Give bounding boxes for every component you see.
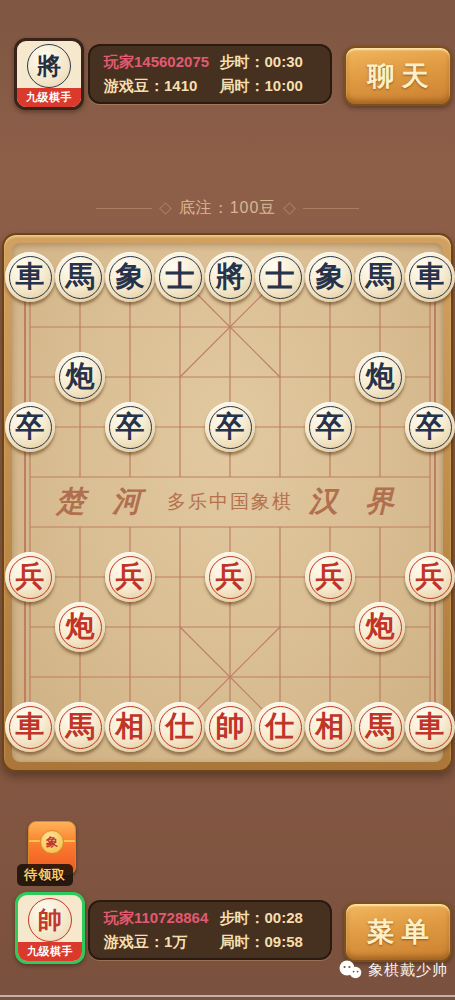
xiangqi-piece-red-馬[interactable]: 馬 <box>55 702 105 752</box>
top-player-avatar[interactable]: 將 九级棋手 <box>14 38 84 110</box>
xiangqi-board-frame: 楚 河 多乐中国象棋 汉 界 車馬象士將士象馬車炮炮卒卒卒卒卒兵兵兵兵兵炮炮車馬… <box>2 233 453 772</box>
xiangqi-piece-red-兵[interactable]: 兵 <box>405 552 455 602</box>
xiangqi-piece-red-相[interactable]: 相 <box>105 702 155 752</box>
watermark-text: 象棋戴少帅 <box>368 961 448 980</box>
xiangqi-piece-black-卒[interactable]: 卒 <box>105 402 155 452</box>
xiangqi-piece-red-馬[interactable]: 馬 <box>355 702 405 752</box>
bottom-player-step-time: 步时：00:28 <box>220 909 320 928</box>
xiangqi-board-surface[interactable]: 楚 河 多乐中国象棋 汉 界 車馬象士將士象馬車炮炮卒卒卒卒卒兵兵兵兵兵炮炮車馬… <box>12 243 443 762</box>
xiangqi-piece-red-相[interactable]: 相 <box>305 702 355 752</box>
xiangqi-piece-black-士[interactable]: 士 <box>255 252 305 302</box>
avatar-piece-glyph: 將 <box>37 50 61 82</box>
bottom-edge-line <box>0 995 455 997</box>
chat-button[interactable]: 聊天 <box>344 46 452 106</box>
xiangqi-piece-black-炮[interactable]: 炮 <box>55 352 105 402</box>
river-text-han-jie: 汉 界 <box>309 482 404 522</box>
xiangqi-piece-black-卒[interactable]: 卒 <box>405 402 455 452</box>
bottom-player-beans: 游戏豆：1万 <box>104 933 220 952</box>
xiangqi-piece-red-仕[interactable]: 仕 <box>155 702 205 752</box>
stake-row: 底注：100豆 <box>0 196 455 220</box>
xiangqi-piece-red-兵[interactable]: 兵 <box>305 552 355 602</box>
red-marshal-avatar-icon: 帥 <box>28 898 72 942</box>
xiangqi-piece-black-將[interactable]: 將 <box>205 252 255 302</box>
watermark: 象棋戴少帅 <box>338 960 448 980</box>
xiangqi-piece-black-卒[interactable]: 卒 <box>305 402 355 452</box>
river-text-chu-he: 楚 河 <box>56 482 151 522</box>
xiangqi-piece-black-車[interactable]: 車 <box>5 252 55 302</box>
top-player-info-panel: 玩家145602075 步时：00:30 游戏豆：1410 局时：10:00 <box>88 44 332 104</box>
xiangqi-piece-black-士[interactable]: 士 <box>155 252 205 302</box>
xiangqi-piece-red-兵[interactable]: 兵 <box>205 552 255 602</box>
menu-button[interactable]: 菜单 <box>344 902 452 962</box>
bottom-player-name: 玩家110728864 <box>104 909 220 928</box>
xiangqi-piece-red-車[interactable]: 車 <box>5 702 55 752</box>
top-player-step-time: 步时：00:30 <box>220 53 320 72</box>
stake-divider-right <box>303 208 359 209</box>
top-player-beans: 游戏豆：1410 <box>104 77 220 96</box>
xiangqi-piece-red-炮[interactable]: 炮 <box>355 602 405 652</box>
xiangqi-piece-black-炮[interactable]: 炮 <box>355 352 405 402</box>
xiangqi-piece-black-象[interactable]: 象 <box>305 252 355 302</box>
xiangqi-game-screen: 將 九级棋手 玩家145602075 步时：00:30 游戏豆：1410 局时：… <box>0 0 455 1000</box>
xiangqi-piece-black-卒[interactable]: 卒 <box>205 402 255 452</box>
avatar-piece-glyph: 帥 <box>38 904 62 936</box>
bottom-player-game-time: 局时：09:58 <box>220 933 320 952</box>
envelope-pending-label: 待领取 <box>17 864 73 886</box>
xiangqi-piece-red-炮[interactable]: 炮 <box>55 602 105 652</box>
xiangqi-piece-black-車[interactable]: 車 <box>405 252 455 302</box>
xiangqi-piece-red-車[interactable]: 車 <box>405 702 455 752</box>
river-brand-text: 多乐中国象棋 <box>167 489 293 515</box>
envelope-seal: 象 <box>40 830 64 854</box>
xiangqi-piece-red-仕[interactable]: 仕 <box>255 702 305 752</box>
stake-divider-left <box>96 208 152 209</box>
xiangqi-piece-black-馬[interactable]: 馬 <box>355 252 405 302</box>
wechat-icon <box>338 960 362 980</box>
diamond-ornament-right-icon <box>283 202 296 215</box>
river-band: 楚 河 多乐中国象棋 汉 界 <box>30 479 430 525</box>
xiangqi-piece-black-卒[interactable]: 卒 <box>5 402 55 452</box>
stake-text: 底注：100豆 <box>179 198 277 219</box>
top-player-rank-badge: 九级棋手 <box>17 88 81 107</box>
xiangqi-piece-black-馬[interactable]: 馬 <box>55 252 105 302</box>
xiangqi-piece-black-象[interactable]: 象 <box>105 252 155 302</box>
diamond-ornament-left-icon <box>159 202 172 215</box>
xiangqi-piece-red-兵[interactable]: 兵 <box>105 552 155 602</box>
bottom-player-rank-badge: 九级棋手 <box>18 942 82 961</box>
top-player-name: 玩家145602075 <box>104 53 220 72</box>
top-player-game-time: 局时：10:00 <box>220 77 320 96</box>
xiangqi-piece-red-兵[interactable]: 兵 <box>5 552 55 602</box>
bottom-player-avatar[interactable]: 帥 九级棋手 <box>15 892 85 964</box>
black-general-avatar-icon: 將 <box>27 44 71 88</box>
xiangqi-piece-red-帥[interactable]: 帥 <box>205 702 255 752</box>
bottom-player-info-panel: 玩家110728864 步时：00:28 游戏豆：1万 局时：09:58 <box>88 900 332 960</box>
